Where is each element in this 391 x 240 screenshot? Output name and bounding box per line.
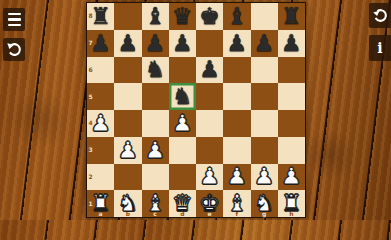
square-h5[interactable] [278,83,305,110]
square-b7[interactable]: ♟ [114,30,141,57]
file-label-d: d [180,211,184,217]
square-c8[interactable]: ♝ [142,3,169,30]
square-g6[interactable] [251,57,278,84]
rank-label-2: 2 [89,174,93,180]
piece-black-knight: ♞ [169,83,196,110]
square-c3[interactable]: ♟ [142,137,169,164]
square-c7[interactable]: ♟ [142,30,169,57]
rank-label-5: 5 [89,94,93,100]
square-c5[interactable] [142,83,169,110]
piece-white-king: ♚ [196,190,223,217]
piece-white-knight: ♞ [251,190,278,217]
rank-label-7: 7 [89,40,93,46]
file-label-b: b [126,211,130,217]
hamburger-icon [8,11,21,27]
square-a7[interactable]: 7♟ [87,30,114,57]
piece-black-queen: ♛ [169,3,196,30]
square-d7[interactable]: ♟ [169,30,196,57]
square-g2[interactable]: ♟ [251,164,278,191]
piece-black-pawn: ♟ [223,30,250,57]
square-d5[interactable]: ♞ [169,83,196,110]
square-b2[interactable] [114,164,141,191]
piece-black-king: ♚ [196,3,223,30]
piece-black-pawn: ♟ [142,30,169,57]
rank-label-4: 4 [89,120,93,126]
square-a8[interactable]: 8♜ [87,3,114,30]
square-g4[interactable] [251,110,278,137]
flip-board-button[interactable] [3,38,25,61]
piece-white-pawn: ♟ [87,110,114,137]
file-label-f: f [236,211,239,217]
square-e1[interactable]: e♚ [196,190,223,217]
square-d1[interactable]: d♛ [169,190,196,217]
square-c6[interactable]: ♞ [142,57,169,84]
undo-button[interactable] [369,3,391,28]
square-g1[interactable]: g♞ [251,190,278,217]
rank-label-3: 3 [89,147,93,153]
piece-black-pawn: ♟ [169,30,196,57]
square-h4[interactable] [278,110,305,137]
rank-label-6: 6 [89,67,93,73]
file-label-h: h [289,211,293,217]
square-f6[interactable] [223,57,250,84]
square-f3[interactable] [223,137,250,164]
square-c4[interactable] [142,110,169,137]
chess-board: 8♜♝♛♚♝♜7♟♟♟♟♟♟♟6♞♟5♞4♟♟3♟♟2♟♟♟♟1a♜b♞c♝d♛… [86,2,306,218]
piece-white-pawn: ♟ [278,164,305,191]
square-c1[interactable]: c♝ [142,190,169,217]
menu-button[interactable] [3,8,25,31]
square-h2[interactable]: ♟ [278,164,305,191]
square-f1[interactable]: f♝ [223,190,250,217]
square-e8[interactable]: ♚ [196,3,223,30]
square-a5[interactable]: 5 [87,83,114,110]
piece-white-knight: ♞ [114,190,141,217]
square-a3[interactable]: 3 [87,137,114,164]
square-b5[interactable] [114,83,141,110]
square-g3[interactable] [251,137,278,164]
piece-black-rook: ♜ [278,3,305,30]
square-e2[interactable]: ♟ [196,164,223,191]
square-a2[interactable]: 2 [87,164,114,191]
rank-label-8: 8 [89,13,93,19]
square-h8[interactable]: ♜ [278,3,305,30]
piece-black-knight: ♞ [142,57,169,84]
square-g7[interactable]: ♟ [251,30,278,57]
piece-black-rook: ♜ [87,3,114,30]
square-a4[interactable]: 4♟ [87,110,114,137]
square-h7[interactable]: ♟ [278,30,305,57]
piece-white-rook: ♜ [278,190,305,217]
square-e7[interactable] [196,30,223,57]
square-f5[interactable] [223,83,250,110]
square-b4[interactable] [114,110,141,137]
square-h3[interactable] [278,137,305,164]
square-b1[interactable]: b♞ [114,190,141,217]
piece-black-bishop: ♝ [142,3,169,30]
square-a1[interactable]: 1a♜ [87,190,114,217]
square-e4[interactable] [196,110,223,137]
square-f7[interactable]: ♟ [223,30,250,57]
square-d6[interactable] [169,57,196,84]
piece-white-bishop: ♝ [223,190,250,217]
file-label-c: c [153,211,157,217]
piece-white-bishop: ♝ [142,190,169,217]
square-f2[interactable]: ♟ [223,164,250,191]
square-b6[interactable] [114,57,141,84]
square-b3[interactable]: ♟ [114,137,141,164]
piece-white-pawn: ♟ [169,110,196,137]
file-label-a: a [99,211,103,217]
piece-black-bishop: ♝ [223,3,250,30]
square-d4[interactable]: ♟ [169,110,196,137]
piece-white-rook: ♜ [87,190,114,217]
square-a6[interactable]: 6 [87,57,114,84]
info-icon: i [377,41,382,55]
square-e5[interactable] [196,83,223,110]
piece-white-pawn: ♟ [196,164,223,191]
piece-black-pawn: ♟ [87,30,114,57]
square-d3[interactable] [169,137,196,164]
square-c2[interactable] [142,164,169,191]
file-label-e: e [208,211,212,217]
piece-white-queen: ♛ [169,190,196,217]
undo-arrow-icon [372,7,389,24]
square-h6[interactable] [278,57,305,84]
info-button[interactable]: i [369,35,391,61]
rank-label-1: 1 [89,201,93,207]
square-e6[interactable]: ♟ [196,57,223,84]
piece-black-pawn: ♟ [278,30,305,57]
piece-black-pawn: ♟ [251,30,278,57]
square-e3[interactable] [196,137,223,164]
piece-white-pawn: ♟ [223,164,250,191]
file-label-g: g [262,211,266,217]
square-b8[interactable] [114,3,141,30]
rotate-icon [6,41,23,58]
square-g8[interactable] [251,3,278,30]
square-d2[interactable] [169,164,196,191]
square-d8[interactable]: ♛ [169,3,196,30]
piece-white-pawn: ♟ [251,164,278,191]
square-f8[interactable]: ♝ [223,3,250,30]
piece-black-pawn: ♟ [114,30,141,57]
square-f4[interactable] [223,110,250,137]
square-g5[interactable] [251,83,278,110]
piece-black-pawn: ♟ [196,57,223,84]
piece-white-pawn: ♟ [142,137,169,164]
piece-white-pawn: ♟ [114,137,141,164]
square-h1[interactable]: h♜ [278,190,305,217]
